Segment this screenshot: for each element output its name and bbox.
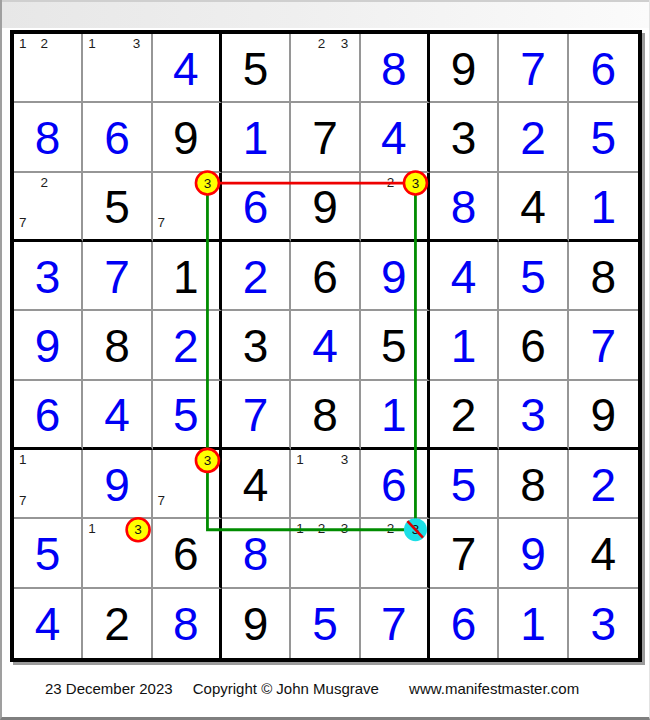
cell-r8c5[interactable]: 123 bbox=[291, 519, 360, 588]
cell-r1c8[interactable]: 7 bbox=[499, 34, 568, 103]
given-digit-r1c4: 5 bbox=[243, 44, 269, 92]
solved-digit-r6c2: 4 bbox=[104, 390, 130, 438]
cell-r3c8[interactable]: 4 bbox=[499, 173, 568, 242]
pencil-mark-r3c3-7: 7 bbox=[158, 216, 166, 230]
cell-r5c9[interactable]: 7 bbox=[569, 311, 638, 380]
sudoku-board: 1213452389768691743252757692841371269458… bbox=[10, 30, 642, 662]
given-digit-r3c2: 5 bbox=[104, 182, 130, 230]
given-digit-r9c4: 9 bbox=[243, 599, 269, 647]
given-digit-r8c7: 7 bbox=[451, 529, 477, 577]
given-digit-r4c3: 1 bbox=[173, 252, 199, 300]
cell-r1c5[interactable]: 23 bbox=[291, 34, 360, 103]
solved-digit-r6c1: 6 bbox=[35, 390, 61, 438]
cell-r5c2[interactable]: 8 bbox=[83, 311, 152, 380]
cell-r8c7[interactable]: 7 bbox=[430, 519, 499, 588]
cell-r4c1[interactable]: 3 bbox=[14, 242, 83, 311]
cell-r4c4[interactable]: 2 bbox=[222, 242, 291, 311]
cell-r7c7[interactable]: 5 bbox=[430, 450, 499, 519]
cell-r7c1[interactable]: 17 bbox=[14, 450, 83, 519]
cell-r5c1[interactable]: 9 bbox=[14, 311, 83, 380]
cell-r2c9[interactable]: 5 bbox=[569, 103, 638, 172]
cell-r8c3[interactable]: 6 bbox=[153, 519, 222, 588]
solved-digit-r1c3: 4 bbox=[173, 44, 199, 92]
cell-r5c6[interactable]: 5 bbox=[361, 311, 430, 380]
pencil-mark-r8c5-1: 1 bbox=[296, 523, 304, 537]
footer-date: 23 December 2023 bbox=[45, 680, 173, 697]
given-digit-r2c5: 7 bbox=[312, 113, 338, 161]
given-digit-r6c5: 8 bbox=[312, 390, 338, 438]
solved-digit-r5c7: 1 bbox=[451, 321, 477, 369]
solved-digit-r5c5: 4 bbox=[312, 321, 338, 369]
cell-r2c5[interactable]: 7 bbox=[291, 103, 360, 172]
pencil-mark-r3c1-2: 2 bbox=[41, 176, 49, 190]
pencil-mark-r7c5-1: 1 bbox=[296, 453, 304, 467]
given-digit-r8c3: 6 bbox=[173, 529, 199, 577]
pencil-mark-r8c2-1: 1 bbox=[88, 523, 96, 537]
solved-digit-r4c1: 3 bbox=[35, 252, 61, 300]
pencil-mark-r8c6-2: 2 bbox=[387, 523, 395, 537]
cell-r1c1[interactable]: 12 bbox=[14, 34, 83, 103]
solved-digit-r8c8: 9 bbox=[520, 529, 546, 577]
cell-r9c7[interactable]: 6 bbox=[430, 589, 499, 658]
cell-r4c3[interactable]: 1 bbox=[153, 242, 222, 311]
pencil-mark-r7c3-7: 7 bbox=[158, 494, 166, 508]
given-digit-r9c2: 2 bbox=[104, 599, 130, 647]
cell-r7c2[interactable]: 9 bbox=[83, 450, 152, 519]
cell-r6c5[interactable]: 8 bbox=[291, 381, 360, 450]
given-digit-r6c9: 9 bbox=[591, 390, 617, 438]
cell-r2c8[interactable]: 2 bbox=[499, 103, 568, 172]
cell-r9c9[interactable]: 3 bbox=[569, 589, 638, 658]
cell-r6c1[interactable]: 6 bbox=[14, 381, 83, 450]
solved-digit-r6c8: 3 bbox=[520, 390, 546, 438]
cell-r9c3[interactable]: 8 bbox=[153, 589, 222, 658]
cell-r3c7[interactable]: 8 bbox=[430, 173, 499, 242]
given-digit-r4c5: 6 bbox=[312, 252, 338, 300]
pencil-mark-r1c1-2: 2 bbox=[41, 37, 49, 51]
sudoku-grid: 1213452389768691743252757692841371269458… bbox=[14, 34, 638, 658]
cell-r1c7[interactable]: 9 bbox=[430, 34, 499, 103]
cell-r2c3[interactable]: 9 bbox=[153, 103, 222, 172]
solved-digit-r6c6: 1 bbox=[381, 390, 407, 438]
pencil-mark-r1c2-3: 3 bbox=[133, 37, 141, 51]
cell-r8c6[interactable]: 2 bbox=[361, 519, 430, 588]
cell-r6c8[interactable]: 3 bbox=[499, 381, 568, 450]
footer-website: www.manifestmaster.com bbox=[409, 680, 579, 697]
cell-r4c8[interactable]: 5 bbox=[499, 242, 568, 311]
cell-r2c4[interactable]: 1 bbox=[222, 103, 291, 172]
pencil-mark-r7c5-3: 3 bbox=[341, 453, 349, 467]
pencil-mark-r8c5-2: 2 bbox=[318, 523, 326, 537]
cell-r9c4[interactable]: 9 bbox=[222, 589, 291, 658]
cell-r2c1[interactable]: 8 bbox=[14, 103, 83, 172]
solved-digit-r7c6: 6 bbox=[381, 460, 407, 508]
solved-digit-r9c3: 8 bbox=[173, 599, 199, 647]
cell-r3c6[interactable]: 2 bbox=[361, 173, 430, 242]
cell-r6c4[interactable]: 7 bbox=[222, 381, 291, 450]
cell-r1c6[interactable]: 8 bbox=[361, 34, 430, 103]
solved-digit-r9c9: 3 bbox=[591, 599, 617, 647]
given-digit-r5c8: 6 bbox=[520, 321, 546, 369]
cell-r5c5[interactable]: 4 bbox=[291, 311, 360, 380]
given-digit-r2c3: 9 bbox=[173, 113, 199, 161]
cell-r9c2[interactable]: 2 bbox=[83, 589, 152, 658]
cell-r6c2[interactable]: 4 bbox=[83, 381, 152, 450]
given-digit-r5c6: 5 bbox=[381, 321, 407, 369]
solved-digit-r8c1: 5 bbox=[35, 529, 61, 577]
given-digit-r6c7: 2 bbox=[451, 390, 477, 438]
cell-r8c1[interactable]: 5 bbox=[14, 519, 83, 588]
cell-r2c7[interactable]: 3 bbox=[430, 103, 499, 172]
cell-r9c6[interactable]: 7 bbox=[361, 589, 430, 658]
cell-r6c6[interactable]: 1 bbox=[361, 381, 430, 450]
cell-r9c5[interactable]: 5 bbox=[291, 589, 360, 658]
solved-digit-r5c9: 7 bbox=[591, 321, 617, 369]
solved-digit-r2c9: 5 bbox=[591, 113, 617, 161]
cell-r5c4[interactable]: 3 bbox=[222, 311, 291, 380]
solved-digit-r9c7: 6 bbox=[451, 599, 477, 647]
solved-digit-r9c8: 1 bbox=[520, 599, 546, 647]
cell-r3c2[interactable]: 5 bbox=[83, 173, 152, 242]
pencil-mark-r1c5-3: 3 bbox=[341, 37, 349, 51]
cell-r7c8[interactable]: 8 bbox=[499, 450, 568, 519]
solved-digit-r4c4: 2 bbox=[243, 252, 269, 300]
solved-digit-r1c6: 8 bbox=[381, 44, 407, 92]
given-digit-r7c4: 4 bbox=[243, 460, 269, 508]
cell-r6c3[interactable]: 5 bbox=[153, 381, 222, 450]
cell-r4c7[interactable]: 4 bbox=[430, 242, 499, 311]
solved-digit-r7c2: 9 bbox=[104, 460, 130, 508]
solved-digit-r2c1: 8 bbox=[35, 113, 61, 161]
solved-digit-r1c8: 7 bbox=[520, 44, 546, 92]
cell-r8c4[interactable]: 8 bbox=[222, 519, 291, 588]
solved-digit-r9c1: 4 bbox=[35, 599, 61, 647]
solved-digit-r4c2: 7 bbox=[104, 252, 130, 300]
pencil-mark-r1c2-1: 1 bbox=[88, 37, 96, 51]
pencil-mark-r1c1-1: 1 bbox=[19, 37, 27, 51]
cell-r4c9[interactable]: 8 bbox=[569, 242, 638, 311]
given-digit-r5c4: 3 bbox=[243, 321, 269, 369]
cell-r1c4[interactable]: 5 bbox=[222, 34, 291, 103]
given-digit-r2c7: 3 bbox=[451, 113, 477, 161]
given-digit-r4c9: 8 bbox=[591, 252, 617, 300]
cell-r9c1[interactable]: 4 bbox=[14, 589, 83, 658]
cell-r3c1[interactable]: 27 bbox=[14, 173, 83, 242]
cell-r3c3[interactable]: 7 bbox=[153, 173, 222, 242]
pencil-mark-r3c1-7: 7 bbox=[19, 216, 27, 230]
cell-r3c9[interactable]: 1 bbox=[569, 173, 638, 242]
pencil-mark-r7c1-7: 7 bbox=[19, 494, 27, 508]
solved-digit-r3c4: 6 bbox=[243, 182, 269, 230]
pencil-mark-r7c1-1: 1 bbox=[19, 453, 27, 467]
cell-r5c7[interactable]: 1 bbox=[430, 311, 499, 380]
solved-digit-r8c4: 8 bbox=[243, 529, 269, 577]
solved-digit-r4c7: 4 bbox=[451, 252, 477, 300]
cell-r8c8[interactable]: 9 bbox=[499, 519, 568, 588]
cell-r1c2[interactable]: 13 bbox=[83, 34, 152, 103]
given-digit-r5c2: 8 bbox=[104, 321, 130, 369]
solved-digit-r6c3: 5 bbox=[173, 390, 199, 438]
solved-digit-r1c9: 6 bbox=[591, 44, 617, 92]
given-digit-r7c8: 8 bbox=[520, 460, 546, 508]
solved-digit-r3c9: 1 bbox=[591, 182, 617, 230]
solved-digit-r2c2: 6 bbox=[104, 113, 130, 161]
solved-digit-r7c7: 5 bbox=[451, 460, 477, 508]
app-window: 1213452389768691743252757692841371269458… bbox=[0, 0, 650, 720]
solved-digit-r5c1: 9 bbox=[35, 321, 61, 369]
cell-r4c5[interactable]: 6 bbox=[291, 242, 360, 311]
solved-digit-r9c5: 5 bbox=[312, 599, 338, 647]
pencil-mark-r1c5-2: 2 bbox=[318, 37, 326, 51]
footer: 23 December 2023 Copyright © John Musgra… bbox=[45, 680, 579, 697]
cell-r3c4[interactable]: 6 bbox=[222, 173, 291, 242]
solved-digit-r2c6: 4 bbox=[381, 113, 407, 161]
footer-copyright: Copyright © John Musgrave bbox=[193, 680, 379, 697]
cell-r7c6[interactable]: 6 bbox=[361, 450, 430, 519]
cell-r8c9[interactable]: 4 bbox=[569, 519, 638, 588]
cell-r9c8[interactable]: 1 bbox=[499, 589, 568, 658]
given-digit-r8c9: 4 bbox=[591, 529, 617, 577]
cell-r6c7[interactable]: 2 bbox=[430, 381, 499, 450]
cell-r2c2[interactable]: 6 bbox=[83, 103, 152, 172]
cell-r4c2[interactable]: 7 bbox=[83, 242, 152, 311]
solved-digit-r6c4: 7 bbox=[243, 390, 269, 438]
cell-r2c6[interactable]: 4 bbox=[361, 103, 430, 172]
cell-r3c5[interactable]: 9 bbox=[291, 173, 360, 242]
window-top-bar bbox=[2, 0, 649, 28]
cell-r6c9[interactable]: 9 bbox=[569, 381, 638, 450]
given-digit-r3c8: 4 bbox=[520, 182, 546, 230]
solved-digit-r4c8: 5 bbox=[520, 252, 546, 300]
cell-r1c3[interactable]: 4 bbox=[153, 34, 222, 103]
solved-digit-r5c3: 2 bbox=[173, 321, 199, 369]
cell-r7c3[interactable]: 7 bbox=[153, 450, 222, 519]
cell-r7c4[interactable]: 4 bbox=[222, 450, 291, 519]
given-digit-r3c5: 9 bbox=[312, 182, 338, 230]
solved-digit-r9c6: 7 bbox=[381, 599, 407, 647]
cell-r5c3[interactable]: 2 bbox=[153, 311, 222, 380]
cell-r7c5[interactable]: 13 bbox=[291, 450, 360, 519]
cell-r5c8[interactable]: 6 bbox=[499, 311, 568, 380]
cell-r7c9[interactable]: 2 bbox=[569, 450, 638, 519]
solved-digit-r2c8: 2 bbox=[520, 113, 546, 161]
solved-digit-r4c6: 9 bbox=[381, 252, 407, 300]
pencil-mark-r8c5-3: 3 bbox=[341, 523, 349, 537]
cell-r4c6[interactable]: 9 bbox=[361, 242, 430, 311]
pencil-mark-r3c6-2: 2 bbox=[387, 176, 395, 190]
given-digit-r1c7: 9 bbox=[451, 44, 477, 92]
cell-r1c9[interactable]: 6 bbox=[569, 34, 638, 103]
solved-digit-r3c7: 8 bbox=[451, 182, 477, 230]
cell-r8c2[interactable]: 1 bbox=[83, 519, 152, 588]
solved-digit-r2c4: 1 bbox=[243, 113, 269, 161]
solved-digit-r7c9: 2 bbox=[591, 460, 617, 508]
